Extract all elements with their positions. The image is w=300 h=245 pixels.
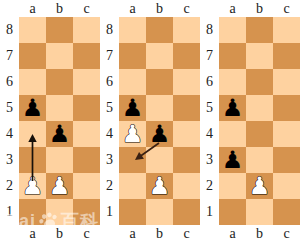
square-a2 (119, 173, 146, 199)
board-grid-1: ♟♟♟♟ (19, 17, 100, 225)
rank-labels: 87654321 (0, 17, 19, 225)
file-label-a: a (219, 1, 246, 16)
baidu-baike-watermark: Bai 百科 (5, 205, 99, 237)
square-c8 (73, 17, 100, 43)
square-c2 (73, 173, 100, 199)
square-a7 (19, 43, 46, 69)
square-a2: ♟ (19, 173, 46, 199)
black-pawn: ♟ (122, 95, 144, 121)
rank-label-3: 3 (0, 147, 19, 173)
rank-label-5: 5 (0, 95, 19, 121)
square-a6 (119, 69, 146, 95)
square-a7 (119, 43, 146, 69)
square-b6 (46, 69, 73, 95)
rank-label-6: 6 (100, 69, 119, 95)
square-a4: ♟ (119, 121, 146, 147)
black-pawn: ♟ (222, 147, 244, 173)
rank-label-4: 4 (0, 121, 19, 147)
square-c8 (273, 17, 300, 43)
square-c3 (73, 147, 100, 173)
square-c4 (273, 121, 300, 147)
square-b1 (146, 199, 173, 225)
square-c3 (173, 147, 200, 173)
black-pawn: ♟ (149, 121, 171, 147)
rank-label-3: 3 (100, 147, 119, 173)
rank-label-1: 1 (100, 199, 119, 225)
square-b3 (146, 147, 173, 173)
square-b5 (246, 95, 273, 121)
rank-label-3: 3 (200, 147, 219, 173)
square-c6 (273, 69, 300, 95)
square-a1 (219, 199, 246, 225)
file-label-c: c (173, 1, 200, 16)
square-b7 (146, 43, 173, 69)
rank-label-2: 2 (0, 173, 19, 199)
square-a1 (119, 199, 146, 225)
file-labels-top: abc (219, 0, 300, 17)
square-a3 (19, 147, 46, 173)
square-a4 (19, 121, 46, 147)
white-pawn: ♟ (149, 173, 171, 199)
en-passant-diagram-canvas: abcabc87654321♟♟♟♟abcabc87654321♟♟♟♟abca… (0, 0, 300, 245)
square-b4: ♟ (46, 121, 73, 147)
square-a5: ♟ (219, 95, 246, 121)
square-a8 (119, 17, 146, 43)
rank-label-1: 1 (200, 199, 219, 225)
file-label-a: a (119, 1, 146, 16)
square-c2 (273, 173, 300, 199)
watermark-text-left: Bai (5, 211, 36, 232)
square-c7 (273, 43, 300, 69)
file-label-a: a (19, 1, 46, 16)
rank-label-5: 5 (100, 95, 119, 121)
square-b3 (246, 147, 273, 173)
file-label-c: c (173, 226, 200, 241)
square-c3 (273, 147, 300, 173)
square-b4: ♟ (146, 121, 173, 147)
file-labels-top: abc (19, 0, 100, 17)
square-c7 (73, 43, 100, 69)
rank-label-7: 7 (100, 43, 119, 69)
rank-label-4: 4 (200, 121, 219, 147)
square-c4 (173, 121, 200, 147)
board-grid-3: ♟♟♟ (219, 17, 300, 225)
square-b7 (246, 43, 273, 69)
square-c1 (173, 199, 200, 225)
square-b6 (146, 69, 173, 95)
rank-label-8: 8 (200, 17, 219, 43)
square-a8 (19, 17, 46, 43)
rank-label-4: 4 (100, 121, 119, 147)
square-a5: ♟ (19, 95, 46, 121)
square-c5 (73, 95, 100, 121)
square-b3 (46, 147, 73, 173)
white-pawn: ♟ (49, 173, 71, 199)
board-grid-2: ♟♟♟♟ (119, 17, 200, 225)
square-c6 (73, 69, 100, 95)
square-b1 (246, 199, 273, 225)
rank-label-2: 2 (200, 173, 219, 199)
file-label-b: b (246, 1, 273, 16)
file-label-c: c (273, 226, 300, 241)
square-b8 (46, 17, 73, 43)
board-2: abcabc87654321♟♟♟♟ (100, 0, 200, 245)
white-pawn: ♟ (22, 173, 44, 199)
square-c8 (173, 17, 200, 43)
file-label-c: c (73, 1, 100, 16)
file-label-c: c (273, 1, 300, 16)
square-a3 (119, 147, 146, 173)
file-labels-bottom: abc (219, 225, 300, 245)
square-b4 (246, 121, 273, 147)
square-a3: ♟ (219, 147, 246, 173)
rank-labels: 87654321 (200, 17, 219, 225)
file-labels-bottom: abc (119, 225, 200, 245)
file-label-a: a (219, 226, 246, 241)
square-b6 (246, 69, 273, 95)
square-b8 (246, 17, 273, 43)
watermark-text-right: 百科 (61, 209, 99, 233)
rank-label-5: 5 (200, 95, 219, 121)
rank-label-6: 6 (0, 69, 19, 95)
board-3: abcabc87654321♟♟♟ (200, 0, 300, 245)
square-b5 (46, 95, 73, 121)
rank-label-8: 8 (100, 17, 119, 43)
square-c6 (173, 69, 200, 95)
square-a8 (219, 17, 246, 43)
square-c1 (273, 199, 300, 225)
square-c5 (273, 95, 300, 121)
square-c4 (73, 121, 100, 147)
white-pawn: ♟ (249, 173, 271, 199)
file-label-b: b (146, 226, 173, 241)
black-pawn: ♟ (22, 95, 44, 121)
file-label-b: b (46, 1, 73, 16)
rank-label-7: 7 (0, 43, 19, 69)
file-labels-top: abc (119, 0, 200, 17)
square-b8 (146, 17, 173, 43)
file-label-a: a (119, 226, 146, 241)
square-a5: ♟ (119, 95, 146, 121)
rank-labels: 87654321 (100, 17, 119, 225)
square-a7 (219, 43, 246, 69)
square-a4 (219, 121, 246, 147)
file-label-b: b (146, 1, 173, 16)
paw-icon (38, 211, 59, 231)
file-label-b: b (246, 226, 273, 241)
black-pawn: ♟ (222, 95, 244, 121)
square-a6 (219, 69, 246, 95)
square-a6 (19, 69, 46, 95)
black-pawn: ♟ (49, 121, 71, 147)
square-c7 (173, 43, 200, 69)
rank-label-2: 2 (100, 173, 119, 199)
rank-label-8: 8 (0, 17, 19, 43)
rank-label-6: 6 (200, 69, 219, 95)
square-c2 (173, 173, 200, 199)
square-b7 (46, 43, 73, 69)
rank-label-7: 7 (200, 43, 219, 69)
white-pawn: ♟ (122, 121, 144, 147)
square-c5 (173, 95, 200, 121)
square-b2: ♟ (146, 173, 173, 199)
square-b5 (146, 95, 173, 121)
square-b2: ♟ (46, 173, 73, 199)
square-b2: ♟ (246, 173, 273, 199)
square-a2 (219, 173, 246, 199)
